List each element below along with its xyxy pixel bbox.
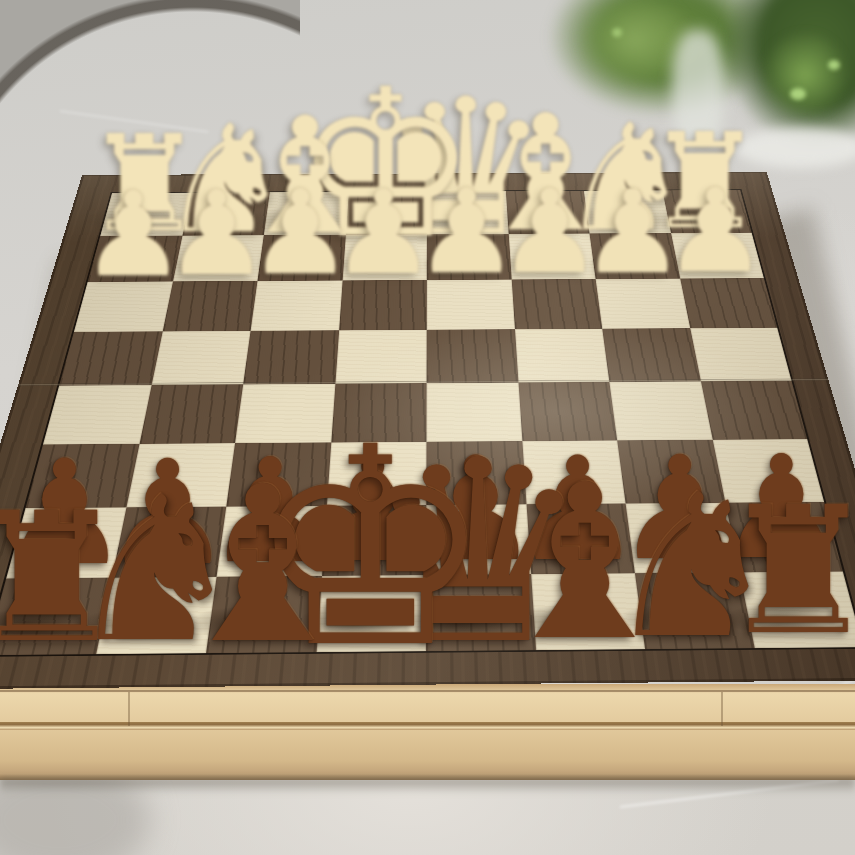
box-joint-seam — [721, 692, 723, 726]
square-a4[interactable] — [690, 327, 792, 381]
plant-jar-highlight — [760, 30, 850, 120]
square-c4[interactable] — [515, 328, 610, 382]
box-shadow — [0, 778, 855, 794]
square-h4[interactable] — [59, 331, 162, 385]
piece-white-pawn-h2[interactable]: ♟ — [81, 176, 186, 293]
bokeh-speck — [828, 60, 840, 70]
square-e4[interactable] — [335, 330, 427, 384]
square-d4[interactable] — [427, 329, 518, 383]
square-f4[interactable] — [243, 330, 339, 384]
box-joint-seam — [128, 692, 130, 726]
chess-photo-scene: ♜♞♝♛♚♝♞♜♟♟♟♟♟♟♟♟♟♟♟♟♟♟♟♟♜♞♝♛♚♝♞♜ — [0, 0, 855, 855]
square-b4[interactable] — [602, 328, 700, 382]
piece-black-rook-h8[interactable]: ♜ — [0, 489, 127, 668]
bokeh-speck — [790, 88, 806, 100]
square-g4[interactable] — [151, 331, 250, 385]
bokeh-speck — [612, 28, 622, 37]
